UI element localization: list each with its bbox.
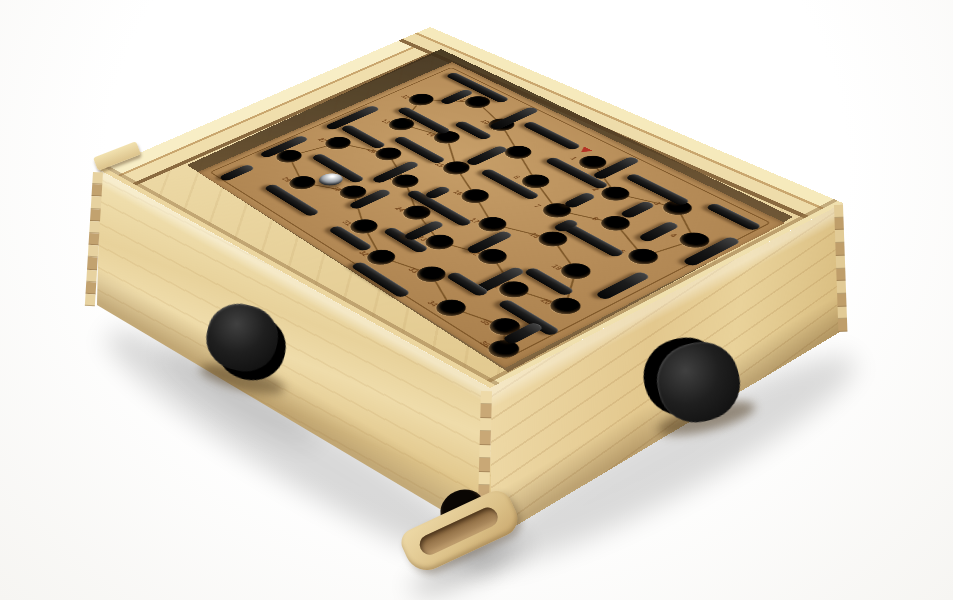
joint-block <box>834 205 843 218</box>
joint-block <box>480 431 491 445</box>
joint-block <box>86 269 97 282</box>
joint-block <box>837 281 846 294</box>
joint-block <box>835 243 844 256</box>
joint-block <box>480 404 491 418</box>
joint-block <box>88 245 99 258</box>
joint-block <box>89 221 100 234</box>
joint-block <box>86 281 97 294</box>
labyrinth-game-scene: 1234567891011121314151617181920212223242… <box>0 0 953 600</box>
ball-return-chute <box>388 478 543 586</box>
joint-block <box>92 184 103 197</box>
joint-block <box>92 172 103 185</box>
joint-block <box>835 230 844 243</box>
joint-block <box>87 257 98 270</box>
joint-block <box>838 319 847 332</box>
joint-block <box>838 306 847 319</box>
joint-block <box>834 217 843 230</box>
joint-block <box>89 233 100 246</box>
joint-block <box>836 268 845 281</box>
joint-block <box>91 196 102 209</box>
chute-slot <box>416 504 501 558</box>
joint-block <box>90 208 101 221</box>
joint-block <box>837 294 846 307</box>
joint-block <box>836 255 845 268</box>
joint-block <box>85 294 96 307</box>
joint-block <box>479 458 490 472</box>
joint-block <box>481 391 492 405</box>
joint-block <box>479 445 490 459</box>
joint-block <box>480 418 491 432</box>
